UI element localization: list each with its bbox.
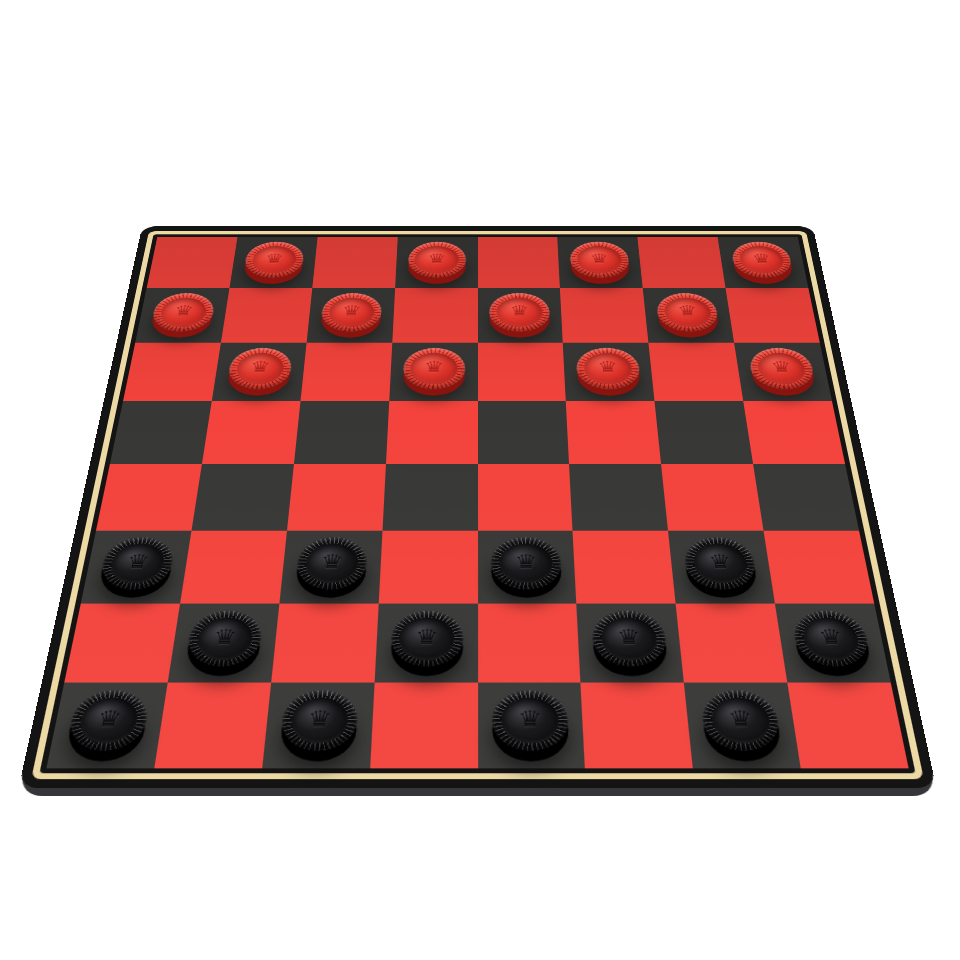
board-cell[interactable]: ♛ [643,288,734,342]
board-cell[interactable] [581,683,693,769]
board-cell[interactable] [271,604,378,683]
crown-icon: ♛ [727,708,755,730]
black-checker[interactable]: ♛ [295,538,368,589]
crown-icon: ♛ [212,627,238,647]
board-cell[interactable] [180,531,287,604]
board-cell[interactable] [655,401,753,464]
red-checker[interactable]: ♛ [226,348,293,389]
red-checker[interactable]: ♛ [150,293,217,332]
board-cell[interactable]: ♛ [306,288,394,342]
black-checker[interactable]: ♛ [65,691,151,752]
checker-face: ♛ [497,298,543,327]
board-cell[interactable] [787,683,908,769]
crown-icon: ♛ [751,252,772,265]
board-cell[interactable] [96,464,202,531]
board-cell[interactable] [378,531,477,604]
board-cell[interactable] [312,237,397,288]
red-checker[interactable]: ♛ [747,348,816,389]
black-checker[interactable]: ♛ [390,611,463,667]
board-cell[interactable] [573,531,676,604]
board-cell[interactable] [294,401,389,464]
crown-icon: ♛ [424,360,445,375]
crown-icon: ♛ [173,304,195,318]
crown-icon: ♛ [677,304,699,318]
board-cell[interactable] [191,464,293,531]
board-cell[interactable] [638,237,726,288]
board-cell[interactable] [221,288,312,342]
board-cell[interactable]: ♛ [478,683,586,769]
red-checker[interactable]: ♛ [576,348,641,389]
black-checker[interactable]: ♛ [592,611,668,667]
checker-face: ♛ [800,618,862,660]
board-cell[interactable]: ♛ [229,237,317,288]
crown-icon: ♛ [589,252,609,265]
crown-icon: ♛ [249,360,271,375]
checker-face: ♛ [756,353,809,384]
black-checker[interactable]: ♛ [493,691,569,752]
black-checker[interactable]: ♛ [185,611,264,667]
checker-face: ♛ [108,544,168,583]
checker-face: ♛ [158,298,209,327]
checker-face: ♛ [76,698,141,744]
board-cell[interactable] [202,401,300,464]
black-checker[interactable]: ♛ [791,611,873,667]
board-cell[interactable] [743,401,845,464]
red-checker[interactable]: ♛ [407,242,466,278]
board-cell[interactable]: ♛ [478,531,577,604]
board-cell[interactable] [123,343,221,401]
crown-icon: ♛ [415,627,439,647]
board-cell[interactable]: ♛ [684,683,801,769]
board-cell[interactable]: ♛ [262,683,374,769]
red-checker[interactable]: ♛ [655,293,720,332]
board-cell[interactable] [478,401,570,464]
board-cell[interactable] [478,464,573,531]
board-cell[interactable] [370,683,478,769]
board-cell[interactable]: ♛ [395,237,478,288]
board-cell[interactable] [287,464,386,531]
crown-icon: ♛ [707,553,732,572]
board-cell[interactable] [676,604,788,683]
red-checker[interactable]: ♛ [490,293,551,332]
checker-face: ♛ [663,298,712,327]
crown-icon: ♛ [616,627,641,647]
checker-face: ♛ [577,246,623,273]
crown-icon: ♛ [514,553,537,572]
board-cell[interactable] [753,464,859,531]
red-checker[interactable]: ♛ [730,242,794,278]
board-cell[interactable]: ♛ [718,237,809,288]
checker-face: ♛ [195,618,255,660]
board-cell[interactable] [382,464,477,531]
checker-face: ♛ [234,353,285,384]
board-cell[interactable]: ♛ [577,604,684,683]
board-cell[interactable]: ♛ [558,237,643,288]
black-checker[interactable]: ♛ [683,538,759,589]
board-cell[interactable] [661,464,763,531]
checker-face: ♛ [738,246,787,273]
checker-face: ♛ [328,298,376,327]
board-cell[interactable] [64,604,180,683]
checker-face: ♛ [692,544,750,583]
checker-face: ♛ [501,698,559,744]
board-cell[interactable]: ♛ [478,288,564,342]
board-cell[interactable] [110,401,212,464]
checker-face: ♛ [500,544,553,583]
board-cell[interactable] [566,401,661,464]
play-area: ♛♛♛♛♛♛♛♛♛♛♛♛♛♛♛♛♛♛♛♛♛♛♛♛ [46,237,908,768]
board-cell[interactable] [386,401,478,464]
checker-face: ♛ [399,618,455,660]
board-cell[interactable] [392,288,478,342]
checker-face: ♛ [414,246,459,273]
board-cell[interactable]: ♛ [168,604,280,683]
crown-icon: ♛ [770,360,793,375]
checker-face: ♛ [289,698,349,744]
board-cell[interactable] [726,288,820,342]
board-cell[interactable]: ♛ [135,288,229,342]
board-cell[interactable]: ♛ [563,343,655,401]
board-cell[interactable]: ♛ [212,343,307,401]
checker-face: ♛ [304,544,359,583]
scene: ♛♛♛♛♛♛♛♛♛♛♛♛♛♛♛♛♛♛♛♛♛♛♛♛ [0,0,960,960]
board-cell[interactable] [649,343,744,401]
checker-face: ♛ [600,618,658,660]
checker-face: ♛ [410,353,458,384]
crown-icon: ♛ [597,360,619,375]
crown-icon: ♛ [264,252,285,265]
board-cell[interactable] [154,683,271,769]
board-cell[interactable] [300,343,392,401]
black-checker[interactable]: ♛ [700,691,783,752]
crown-icon: ♛ [320,553,344,572]
board-cell[interactable]: ♛ [81,531,192,604]
black-checker[interactable]: ♛ [98,538,176,589]
board-cell[interactable] [478,604,581,683]
board-cell[interactable]: ♛ [668,531,775,604]
crown-icon: ♛ [427,252,446,265]
board-cell[interactable] [560,288,648,342]
crown-icon: ♛ [817,627,844,647]
red-checker[interactable]: ♛ [402,348,465,389]
crown-icon: ♛ [125,553,151,572]
board-cell[interactable] [569,464,668,531]
crown-icon: ♛ [341,304,362,318]
board-cell[interactable]: ♛ [734,343,832,401]
crown-icon: ♛ [518,708,543,730]
board-cell[interactable]: ♛ [46,683,167,769]
checkers-board: ♛♛♛♛♛♛♛♛♛♛♛♛♛♛♛♛♛♛♛♛♛♛♛♛ [19,226,937,788]
checker-face: ♛ [583,353,632,384]
board-cell[interactable] [478,343,567,401]
board-cell[interactable] [478,237,561,288]
board-cell[interactable]: ♛ [389,343,478,401]
red-checker[interactable]: ♛ [320,293,383,332]
board-cell[interactable]: ♛ [775,604,891,683]
board-cell[interactable]: ♛ [279,531,382,604]
board-cell[interactable] [147,237,238,288]
checker-face: ♛ [250,246,297,273]
black-checker[interactable]: ♛ [279,691,358,752]
board-cell[interactable] [764,531,875,604]
black-checker[interactable]: ♛ [491,538,561,589]
red-checker[interactable]: ♛ [243,242,305,278]
checker-face: ♛ [710,698,773,744]
crown-icon: ♛ [95,708,124,730]
red-checker[interactable]: ♛ [569,242,629,278]
board-cell[interactable]: ♛ [374,604,477,683]
crown-icon: ♛ [509,304,529,318]
crown-icon: ♛ [306,708,332,730]
